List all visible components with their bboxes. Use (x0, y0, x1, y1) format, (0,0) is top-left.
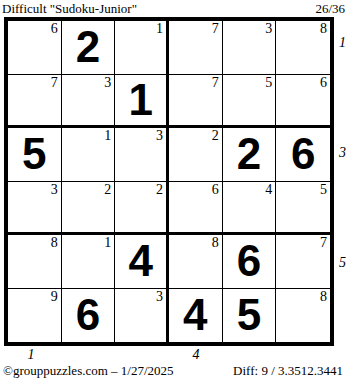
cell-r1c1[interactable]: 6 (8, 21, 62, 75)
corner-mark: 3 (265, 21, 272, 36)
cell-r1c3[interactable]: 1 (115, 21, 169, 75)
cell-r5c2[interactable]: 1 (62, 235, 116, 289)
cell-r1c6[interactable]: 8 (276, 21, 330, 75)
cell-r3c4[interactable]: 2 (169, 128, 223, 182)
corner-mark: 4 (265, 182, 272, 197)
corner-mark: 1 (156, 21, 163, 36)
puzzle-title: Difficult "Sudoku-Junior" (2, 1, 137, 17)
cell-r2c4[interactable]: 7 (169, 75, 223, 129)
cell-r5c4[interactable]: 8 (169, 235, 223, 289)
given-digit: 4 (115, 235, 166, 288)
row-label-3: 3 (339, 146, 346, 160)
given-digit: 6 (223, 235, 276, 288)
corner-mark: 3 (104, 75, 111, 90)
corner-mark: 7 (212, 21, 219, 36)
cell-r6c4: 4 (169, 289, 223, 343)
corner-mark: 8 (212, 235, 219, 250)
cell-r3c6: 6 (276, 128, 330, 182)
corner-mark: 8 (320, 21, 327, 36)
corner-mark: 3 (156, 128, 163, 143)
col-label-4: 4 (193, 348, 200, 362)
given-digit: 5 (223, 289, 276, 343)
corner-mark: 3 (51, 182, 58, 197)
cell-r2c5[interactable]: 5 (223, 75, 277, 129)
given-digit: 6 (62, 289, 115, 343)
cell-r3c5: 2 (223, 128, 277, 182)
corner-mark: 7 (320, 235, 327, 250)
corner-mark: 1 (104, 235, 111, 250)
cell-r1c4[interactable]: 7 (169, 21, 223, 75)
corner-mark: 8 (51, 235, 58, 250)
corner-mark: 2 (156, 182, 163, 197)
cell-r5c3: 4 (115, 235, 169, 289)
cell-r5c1[interactable]: 8 (8, 235, 62, 289)
given-digit: 2 (62, 21, 115, 74)
corner-mark: 5 (265, 75, 272, 90)
corner-mark: 7 (212, 75, 219, 90)
col-label-1: 1 (28, 348, 35, 362)
cell-r6c5: 5 (223, 289, 277, 343)
given-digit: 1 (115, 75, 166, 126)
given-digit: 5 (8, 128, 61, 181)
cell-r2c6[interactable]: 6 (276, 75, 330, 129)
cell-r6c2: 6 (62, 289, 116, 343)
sudoku-board: 621738731756513226322645814867963458 (4, 17, 334, 346)
corner-mark: 6 (320, 75, 327, 90)
corner-mark: 7 (51, 75, 58, 90)
corner-mark: 6 (212, 182, 219, 197)
empty-cell-counter: 26/36 (315, 1, 345, 17)
given-digit: 6 (276, 128, 330, 181)
cell-r4c3[interactable]: 2 (115, 182, 169, 236)
copyright-credit: ©grouppuzzles.com – 1/27/2025 (3, 363, 174, 379)
cell-r3c3[interactable]: 3 (115, 128, 169, 182)
cell-r2c1[interactable]: 7 (8, 75, 62, 129)
row-label-1: 1 (339, 36, 346, 50)
cell-r4c1[interactable]: 3 (8, 182, 62, 236)
corner-mark: 2 (104, 182, 111, 197)
corner-mark: 5 (320, 182, 327, 197)
cell-r4c6[interactable]: 5 (276, 182, 330, 236)
puzzle-page: Difficult "Sudoku-Junior" 26/36 62173873… (0, 0, 347, 381)
corner-mark: 3 (156, 289, 163, 304)
cell-r3c1: 5 (8, 128, 62, 182)
cell-r3c2[interactable]: 1 (62, 128, 116, 182)
cell-r4c4[interactable]: 6 (169, 182, 223, 236)
difficulty-rating: Diff: 9 / 3.3512.3441 (233, 363, 343, 379)
cell-r4c2[interactable]: 2 (62, 182, 116, 236)
cell-r5c6[interactable]: 7 (276, 235, 330, 289)
corner-mark: 9 (51, 289, 58, 304)
cell-r6c6[interactable]: 8 (276, 289, 330, 343)
row-label-5: 5 (339, 256, 346, 270)
corner-mark: 8 (320, 289, 327, 304)
given-digit: 2 (223, 128, 276, 181)
cell-r2c3: 1 (115, 75, 169, 129)
cell-r2c2[interactable]: 3 (62, 75, 116, 129)
corner-mark: 1 (104, 128, 111, 143)
cell-r5c5: 6 (223, 235, 277, 289)
cell-r4c5[interactable]: 4 (223, 182, 277, 236)
cell-r6c1[interactable]: 9 (8, 289, 62, 343)
cell-r6c3[interactable]: 3 (115, 289, 169, 343)
given-digit: 4 (169, 289, 222, 343)
cell-r1c2: 2 (62, 21, 116, 75)
corner-mark: 6 (51, 21, 58, 36)
cell-r1c5[interactable]: 3 (223, 21, 277, 75)
corner-mark: 2 (212, 128, 219, 143)
